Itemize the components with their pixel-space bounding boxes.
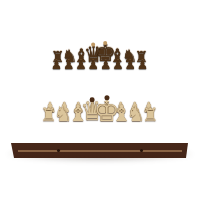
square-f6[interactable]: [112, 72, 125, 79]
square-g4[interactable]: [126, 88, 140, 96]
square-b4[interactable]: [59, 88, 73, 96]
square-e6[interactable]: [100, 72, 112, 79]
square-g5[interactable]: [125, 80, 138, 88]
square-h6[interactable]: [137, 72, 150, 79]
square-h5[interactable]: [138, 80, 152, 88]
square-b5[interactable]: [60, 80, 73, 88]
chess-set-photo: ♜♞♝♛♚♝♞♜♟♟♟♟♟♟♟♟♟♟♟♟♟♟♟♟♜♞♝♛♚♝♞♜: [0, 0, 200, 200]
hinge-pin: [140, 149, 143, 152]
piece-black-pawn-b7[interactable]: ♟: [63, 59, 74, 71]
square-f5[interactable]: [112, 80, 125, 88]
piece-black-pawn-e7[interactable]: ♟: [100, 59, 111, 71]
square-g6[interactable]: [125, 72, 138, 79]
square-d5[interactable]: [87, 80, 100, 88]
box-hinge-seam: [18, 150, 182, 152]
pieces-layer: ♜♞♝♛♚♝♞♜♟♟♟♟♟♟♟♟♟♟♟♟♟♟♟♟♜♞♝♛♚♝♞♜: [0, 0, 200, 200]
piece-black-pawn-a7[interactable]: ♟: [51, 59, 62, 71]
piece-black-pawn-d7[interactable]: ♟: [88, 59, 99, 71]
piece-black-pawn-f7[interactable]: ♟: [112, 59, 123, 71]
piece-finial: [103, 41, 107, 45]
square-a4[interactable]: [46, 88, 60, 96]
piece-black-pawn-c7[interactable]: ♟: [76, 59, 87, 71]
piece-finial: [104, 96, 109, 101]
square-c6[interactable]: [74, 72, 87, 79]
square-e5[interactable]: [100, 80, 113, 88]
square-a5[interactable]: [47, 80, 61, 88]
square-b6[interactable]: [61, 72, 74, 79]
piece-white-rook-h1[interactable]: ♜: [142, 106, 158, 124]
square-d6[interactable]: [87, 72, 99, 79]
hinge-pin: [57, 149, 60, 152]
square-a6[interactable]: [49, 72, 62, 79]
piece-black-pawn-g7[interactable]: ♟: [125, 59, 136, 71]
square-h4[interactable]: [139, 88, 153, 96]
piece-black-pawn-h7[interactable]: ♟: [137, 59, 148, 71]
square-c5[interactable]: [73, 80, 86, 88]
